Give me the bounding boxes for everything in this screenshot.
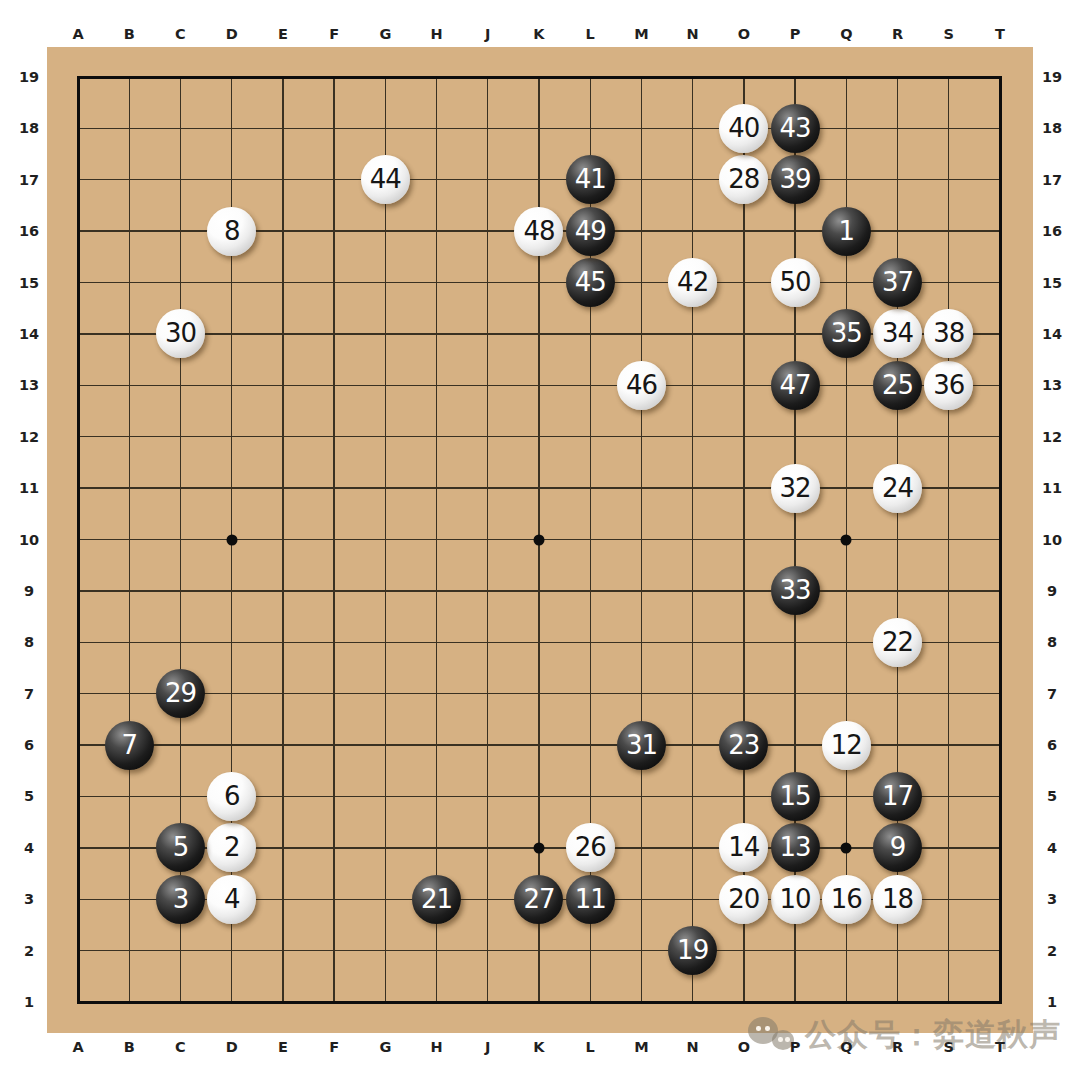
row-label-left: 18	[12, 118, 46, 138]
row-label-left: 10	[12, 530, 46, 550]
col-label-bottom: D	[215, 1037, 249, 1057]
go-diagram: 1234567891011121314151617181920212223242…	[0, 0, 1080, 1080]
col-label-top: P	[778, 24, 812, 44]
row-label-left: 5	[12, 786, 46, 806]
col-label-bottom: H	[420, 1037, 454, 1057]
col-label-bottom: M	[624, 1037, 658, 1057]
col-label-top: H	[420, 24, 454, 44]
row-label-left: 12	[12, 427, 46, 447]
row-label-left: 8	[12, 632, 46, 652]
row-label-left: 9	[12, 581, 46, 601]
wechat-icon	[748, 1013, 796, 1057]
row-label-right: 17	[1035, 170, 1069, 190]
row-label-right: 16	[1035, 221, 1069, 241]
row-label-left: 11	[12, 478, 46, 498]
col-label-top: B	[112, 24, 146, 44]
col-label-top: N	[676, 24, 710, 44]
row-label-right: 18	[1035, 118, 1069, 138]
col-label-bottom: F	[317, 1037, 351, 1057]
row-label-left: 19	[12, 67, 46, 87]
col-label-top: C	[163, 24, 197, 44]
col-label-top: G	[368, 24, 402, 44]
row-label-left: 6	[12, 735, 46, 755]
col-label-bottom: L	[573, 1037, 607, 1057]
row-label-right: 4	[1035, 838, 1069, 858]
row-label-left: 13	[12, 375, 46, 395]
row-label-right: 12	[1035, 427, 1069, 447]
row-label-left: 2	[12, 941, 46, 961]
row-label-right: 19	[1035, 67, 1069, 87]
col-label-top: T	[983, 24, 1017, 44]
col-label-bottom: N	[676, 1037, 710, 1057]
row-label-right: 3	[1035, 889, 1069, 909]
row-label-right: 7	[1035, 684, 1069, 704]
row-label-right: 14	[1035, 324, 1069, 344]
row-label-right: 13	[1035, 375, 1069, 395]
row-label-right: 2	[1035, 941, 1069, 961]
col-label-top: D	[215, 24, 249, 44]
row-label-right: 5	[1035, 786, 1069, 806]
col-label-bottom: G	[368, 1037, 402, 1057]
col-label-bottom: B	[112, 1037, 146, 1057]
col-label-top: F	[317, 24, 351, 44]
col-label-top: J	[471, 24, 505, 44]
row-label-left: 1	[12, 992, 46, 1012]
col-label-top: L	[573, 24, 607, 44]
row-label-right: 6	[1035, 735, 1069, 755]
grid-border	[77, 76, 1002, 1004]
row-label-right: 15	[1035, 273, 1069, 293]
row-label-left: 16	[12, 221, 46, 241]
row-label-right: 11	[1035, 478, 1069, 498]
row-label-left: 15	[12, 273, 46, 293]
col-label-top: Q	[829, 24, 863, 44]
col-label-top: M	[624, 24, 658, 44]
row-label-left: 14	[12, 324, 46, 344]
row-label-right: 10	[1035, 530, 1069, 550]
col-label-bottom: A	[61, 1037, 95, 1057]
col-label-bottom: C	[163, 1037, 197, 1057]
row-label-left: 7	[12, 684, 46, 704]
col-label-top: A	[61, 24, 95, 44]
col-label-bottom: E	[266, 1037, 300, 1057]
col-label-bottom: K	[522, 1037, 556, 1057]
col-label-top: K	[522, 24, 556, 44]
col-label-top: O	[727, 24, 761, 44]
row-label-right: 9	[1035, 581, 1069, 601]
watermark: 公众号：弈道秋声	[748, 1008, 1061, 1062]
row-label-left: 3	[12, 889, 46, 909]
row-label-right: 8	[1035, 632, 1069, 652]
col-label-bottom: J	[471, 1037, 505, 1057]
col-label-top: E	[266, 24, 300, 44]
watermark-text: 公众号：弈道秋声	[805, 1014, 1061, 1056]
col-label-top: S	[932, 24, 966, 44]
row-label-left: 4	[12, 838, 46, 858]
col-label-top: R	[881, 24, 915, 44]
row-label-left: 17	[12, 170, 46, 190]
